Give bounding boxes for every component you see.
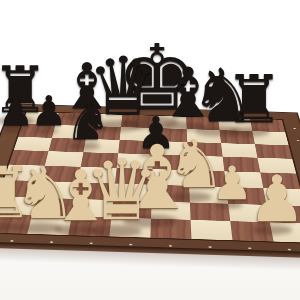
piece-white-queen-d1[interactable]: ♛ xyxy=(84,148,159,232)
piece-white-pawn-g2[interactable]: ♟ xyxy=(211,160,252,206)
piece-black-knight-c6[interactable]: ♞ xyxy=(65,95,112,147)
piece-black-rook-h8[interactable]: ♜ xyxy=(224,67,283,133)
piece-black-pawn-b7[interactable]: ♟ xyxy=(31,91,68,132)
piece-black-pawn-a7[interactable]: ♟ xyxy=(0,91,34,131)
piece-white-pawn-h2[interactable]: ♟ xyxy=(248,167,300,231)
pieces-layer: ♝♜♚♛♝♟♟♞♜♞♟♞♟♝♜♞♝♟♛ xyxy=(0,0,300,300)
chess-photo-frame: ♝♜♚♛♝♟♟♞♜♞♟♞♟♝♜♞♝♟♛ xyxy=(0,0,300,300)
